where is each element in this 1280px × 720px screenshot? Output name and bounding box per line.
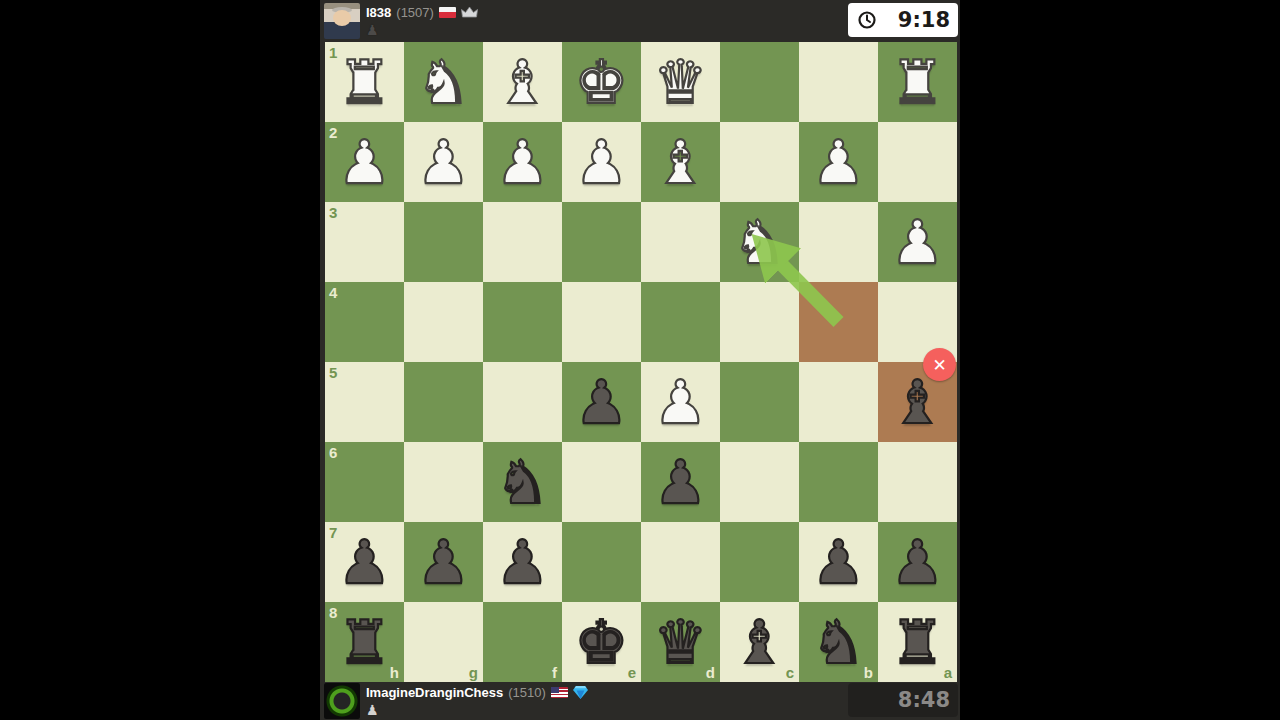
square-a1[interactable]: ♜ (878, 42, 957, 122)
square-f7[interactable]: ♟ (483, 522, 562, 602)
square-d7[interactable] (641, 522, 720, 602)
square-d2[interactable]: ♝ (641, 122, 720, 202)
square-g1[interactable]: ♞ (404, 42, 483, 122)
bottom-player-rating: (1510) (508, 685, 546, 700)
captured-white-pawn-icon: ♟ (366, 702, 379, 718)
square-h4[interactable]: 4 (325, 282, 404, 362)
square-c5[interactable] (720, 362, 799, 442)
square-h7[interactable]: 7♟ (325, 522, 404, 602)
square-b2[interactable]: ♟ (799, 122, 878, 202)
piece-white-pawn-b2: ♟ (799, 122, 878, 202)
file-label-c: c (786, 664, 794, 681)
rank-label-3: 3 (329, 204, 337, 221)
square-c6[interactable] (720, 442, 799, 522)
top-player-bar: I838 (1507) ♟ 9:18 (320, 0, 960, 42)
square-b8[interactable]: b♞ (799, 602, 878, 682)
bottom-player-avatar[interactable] (324, 683, 360, 719)
file-label-f: f (552, 664, 557, 681)
file-label-b: b (864, 664, 873, 681)
square-e8[interactable]: e♚ (562, 602, 641, 682)
square-e1[interactable]: ♚ (562, 42, 641, 122)
file-label-h: h (390, 664, 399, 681)
file-label-e: e (628, 664, 636, 681)
square-f5[interactable] (483, 362, 562, 442)
square-f1[interactable]: ♝ (483, 42, 562, 122)
screen: I838 (1507) ♟ 9:18 1♜♞♝ (0, 0, 1280, 720)
piece-black-pawn-d6: ♟ (641, 442, 720, 522)
piece-white-bishop-d2: ♝ (641, 122, 720, 202)
square-g2[interactable]: ♟ (404, 122, 483, 202)
square-c8[interactable]: c♝ (720, 602, 799, 682)
piece-white-pawn-e2: ♟ (562, 122, 641, 202)
top-player-info: I838 (1507) ♟ (366, 4, 478, 38)
captured-black-pawn-icon: ♟ (366, 22, 379, 38)
rank-label-8: 8 (329, 604, 337, 621)
bottom-player-bar: ImagineDranginChess (1510) ♟ 8:48 (320, 680, 960, 720)
square-f3[interactable] (483, 202, 562, 282)
file-label-a: a (944, 664, 952, 681)
piece-white-queen-d1: ♛ (641, 42, 720, 122)
piece-white-knight-g1: ♞ (404, 42, 483, 122)
square-a3[interactable]: ♟ (878, 202, 957, 282)
square-c7[interactable] (720, 522, 799, 602)
square-b6[interactable] (799, 442, 878, 522)
square-d1[interactable]: ♛ (641, 42, 720, 122)
square-b1[interactable] (799, 42, 878, 122)
rank-label-2: 2 (329, 124, 337, 141)
square-a6[interactable] (878, 442, 957, 522)
piece-black-pawn-b7: ♟ (799, 522, 878, 602)
piece-white-pawn-d5: ♟ (641, 362, 720, 442)
top-player-avatar[interactable] (324, 3, 360, 39)
bottom-player-info: ImagineDranginChess (1510) ♟ (366, 684, 588, 718)
file-label-d: d (706, 664, 715, 681)
square-e3[interactable] (562, 202, 641, 282)
square-h3[interactable]: 3 (325, 202, 404, 282)
square-h2[interactable]: 2♟ (325, 122, 404, 202)
square-g4[interactable] (404, 282, 483, 362)
square-e5[interactable]: ♟ (562, 362, 641, 442)
top-clock-time: 9:18 (898, 8, 950, 32)
board: 1♜♞♝♚♛♜2♟♟♟♟♝♟3♞♟45♟♟♝6♞♟7♟♟♟♟♟8h♜gfe♚d♛… (325, 42, 957, 682)
square-c1[interactable] (720, 42, 799, 122)
clock-icon (857, 10, 877, 30)
square-h1[interactable]: 1♜ (325, 42, 404, 122)
rank-label-6: 6 (329, 444, 337, 461)
piece-white-rook-a1: ♜ (878, 42, 957, 122)
square-b5[interactable] (799, 362, 878, 442)
piece-white-pawn-g2: ♟ (404, 122, 483, 202)
bottom-player-clock: 8:48 (848, 683, 958, 717)
square-h5[interactable]: 5 (325, 362, 404, 442)
square-g7[interactable]: ♟ (404, 522, 483, 602)
square-f2[interactable]: ♟ (483, 122, 562, 202)
square-d3[interactable] (641, 202, 720, 282)
rank-label-4: 4 (329, 284, 337, 301)
bottom-clock-time: 8:48 (898, 688, 950, 712)
piece-black-pawn-a7: ♟ (878, 522, 957, 602)
rank-label-5: 5 (329, 364, 337, 381)
square-e4[interactable] (562, 282, 641, 362)
square-c2[interactable] (720, 122, 799, 202)
top-player-rating: (1507) (396, 5, 434, 20)
square-g6[interactable] (404, 442, 483, 522)
piece-white-bishop-f1: ♝ (483, 42, 562, 122)
square-c4[interactable] (720, 282, 799, 362)
piece-black-knight-f6: ♞ (483, 442, 562, 522)
usa-flag-icon (551, 687, 568, 698)
square-d8[interactable]: d♛ (641, 602, 720, 682)
square-c3[interactable]: ♞ (720, 202, 799, 282)
square-b7[interactable]: ♟ (799, 522, 878, 602)
square-a8[interactable]: a♜ (878, 602, 957, 682)
piece-white-king-e1: ♚ (562, 42, 641, 122)
piece-black-pawn-e5: ♟ (562, 362, 641, 442)
rank-label-7: 7 (329, 524, 337, 541)
diamond-badge-icon (573, 686, 588, 699)
square-e2[interactable]: ♟ (562, 122, 641, 202)
crown-badge-icon (461, 6, 478, 19)
square-h8[interactable]: 8h♜ (325, 602, 404, 682)
square-a7[interactable]: ♟ (878, 522, 957, 602)
avatar-face (333, 10, 351, 26)
file-label-g: g (469, 664, 478, 681)
square-a2[interactable] (878, 122, 957, 202)
square-g5[interactable] (404, 362, 483, 442)
top-player-name[interactable]: I838 (366, 5, 391, 20)
square-h6[interactable]: 6 (325, 442, 404, 522)
piece-white-knight-c3: ♞ (720, 202, 799, 282)
cancel-x-badge[interactable]: ✕ (923, 348, 956, 381)
square-d4[interactable] (641, 282, 720, 362)
piece-white-pawn-f2: ♟ (483, 122, 562, 202)
square-d5[interactable]: ♟ (641, 362, 720, 442)
piece-white-pawn-a3: ♟ (878, 202, 957, 282)
top-player-clock: 9:18 (848, 3, 958, 37)
game-panel: I838 (1507) ♟ 9:18 1♜♞♝ (320, 0, 960, 720)
square-g8[interactable]: g (404, 602, 483, 682)
rank-label-1: 1 (329, 44, 337, 61)
bottom-player-name[interactable]: ImagineDranginChess (366, 685, 503, 700)
piece-black-pawn-f7: ♟ (483, 522, 562, 602)
square-f4[interactable] (483, 282, 562, 362)
square-b3[interactable] (799, 202, 878, 282)
square-b4[interactable] (799, 282, 878, 362)
square-e7[interactable] (562, 522, 641, 602)
square-e6[interactable] (562, 442, 641, 522)
square-f6[interactable]: ♞ (483, 442, 562, 522)
square-f8[interactable]: f (483, 602, 562, 682)
piece-black-pawn-g7: ♟ (404, 522, 483, 602)
poland-flag-icon (439, 7, 456, 18)
square-d6[interactable]: ♟ (641, 442, 720, 522)
square-g3[interactable] (404, 202, 483, 282)
